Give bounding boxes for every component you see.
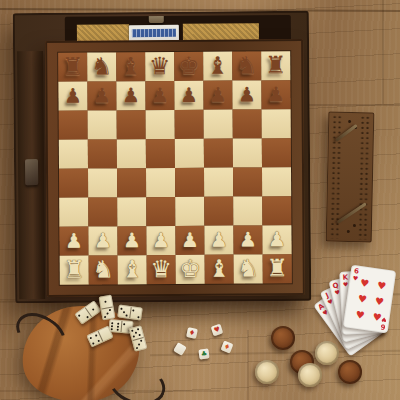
square-h4[interactable] <box>262 167 291 196</box>
chess-piece-black-rook[interactable]: ♜ <box>62 53 84 82</box>
chess-piece-black-pawn[interactable]: ♟ <box>93 81 111 110</box>
square-h3[interactable] <box>262 196 291 225</box>
domino-pip <box>95 334 98 337</box>
square-h2[interactable]: ♟ <box>262 225 291 254</box>
domino-pip <box>111 325 113 327</box>
square-a6[interactable] <box>59 111 88 140</box>
domino-pip <box>97 340 100 343</box>
square-e3[interactable] <box>175 197 204 226</box>
domino-pip <box>140 340 142 342</box>
square-a4[interactable] <box>59 169 88 198</box>
domino-pip <box>138 334 140 336</box>
chess-piece-black-knight[interactable]: ♞ <box>91 52 113 81</box>
deck-label-band <box>132 29 176 37</box>
domino-divider <box>121 321 123 332</box>
square-e8[interactable]: ♚ <box>174 52 203 81</box>
square-e7[interactable]: ♟ <box>174 81 203 110</box>
playing-card-6-hearts[interactable]: 6♥♥♥♥♥♥♥6♥ <box>343 265 396 334</box>
domino-pip <box>78 314 81 317</box>
square-c2[interactable]: ♟ <box>117 226 146 255</box>
square-f1[interactable]: ♝ <box>205 255 234 284</box>
square-f7[interactable]: ♟ <box>203 81 232 110</box>
cribbage-center-hole <box>353 224 356 227</box>
playing-cards-fan: A♥J♥Q♥K♥6♥♥♥♥♥♥♥6♥ <box>287 251 400 358</box>
domino-pip <box>138 343 140 345</box>
heart-pip: ♥ <box>360 278 370 289</box>
domino-pip <box>106 312 108 314</box>
heart-pip: ♥ <box>357 294 367 305</box>
square-b4[interactable] <box>88 168 117 197</box>
square-a5[interactable] <box>59 140 88 169</box>
chess-piece-white-rook[interactable]: ♜ <box>63 256 85 285</box>
square-h1[interactable]: ♜ <box>263 254 292 283</box>
square-d5[interactable] <box>146 139 175 168</box>
square-b3[interactable] <box>88 197 117 226</box>
domino-pip <box>117 326 119 328</box>
square-b8[interactable]: ♞ <box>87 52 116 81</box>
square-f6[interactable] <box>204 110 233 139</box>
square-d3[interactable] <box>146 197 175 226</box>
chess-piece-black-king[interactable]: ♚ <box>178 52 200 81</box>
chess-piece-white-pawn[interactable]: ♟ <box>239 225 257 254</box>
domino-pip <box>111 322 113 324</box>
card-corner-index: 6♥ <box>380 316 387 330</box>
square-b7[interactable]: ♟ <box>87 81 116 110</box>
domino-pip <box>89 337 92 340</box>
domino-pip <box>132 309 134 311</box>
chess-piece-white-bishop[interactable]: ♝ <box>121 255 143 284</box>
plank-joint <box>382 0 384 104</box>
square-f8[interactable]: ♝ <box>203 52 232 81</box>
square-e1[interactable]: ♚ <box>176 255 205 284</box>
chess-piece-white-bishop[interactable]: ♝ <box>208 255 230 284</box>
domino-pip <box>131 329 133 331</box>
square-g1[interactable]: ♞ <box>234 254 263 283</box>
chess-piece-black-pawn[interactable]: ♟ <box>64 82 82 111</box>
square-f5[interactable] <box>204 139 233 168</box>
chess-piece-black-knight[interactable]: ♞ <box>236 51 258 80</box>
chess-piece-black-queen[interactable]: ♛ <box>149 52 171 81</box>
chess-piece-white-pawn[interactable]: ♟ <box>181 226 199 255</box>
square-f2[interactable]: ♟ <box>204 226 233 255</box>
card-corner-index: 6♥ <box>352 268 359 282</box>
chess-piece-black-pawn[interactable]: ♟ <box>151 81 169 110</box>
square-g3[interactable] <box>233 196 262 225</box>
chess-piece-white-pawn[interactable]: ♟ <box>123 226 141 255</box>
domino-pip <box>117 323 119 325</box>
square-h6[interactable] <box>262 109 291 138</box>
square-d8[interactable]: ♛ <box>145 52 174 81</box>
square-g2[interactable]: ♟ <box>233 225 262 254</box>
domino-pip <box>104 316 106 318</box>
chess-piece-white-pawn[interactable]: ♟ <box>94 226 112 255</box>
square-g4[interactable] <box>233 167 262 196</box>
chess-piece-black-bishop[interactable]: ♝ <box>207 52 229 81</box>
square-d4[interactable] <box>146 168 175 197</box>
chess-piece-white-queen[interactable]: ♛ <box>150 255 172 284</box>
domino-pip <box>117 329 119 331</box>
domino-pip <box>136 347 138 349</box>
chess-piece-black-rook[interactable]: ♜ <box>265 51 287 80</box>
chess-piece-black-pawn[interactable]: ♟ <box>180 81 198 110</box>
square-f3[interactable] <box>204 197 233 226</box>
wood-floor: ♜♞♝♛♚♝♞♜♟♟♟♟♟♟♟♟♟♟♟♟♟♟♟♟♜♞♝♛♚♝♞♜ ♦♥♣♦ A♥… <box>0 0 400 400</box>
chess-piece-black-pawn[interactable]: ♟ <box>122 81 140 110</box>
square-g8[interactable]: ♞ <box>232 51 261 80</box>
chess-piece-black-pawn[interactable]: ♟ <box>267 80 285 109</box>
square-h7[interactable]: ♟ <box>261 80 290 109</box>
square-a7[interactable]: ♟ <box>58 82 87 111</box>
chess-board-grid: ♜♞♝♛♚♝♞♜♟♟♟♟♟♟♟♟♟♟♟♟♟♟♟♟♜♞♝♛♚♝♞♜ <box>58 51 292 285</box>
heart-pip: ♥ <box>376 280 386 291</box>
square-d2[interactable]: ♟ <box>146 226 175 255</box>
chess-piece-white-pawn[interactable]: ♟ <box>210 226 228 255</box>
domino-pip <box>123 323 125 325</box>
square-d7[interactable]: ♟ <box>145 81 174 110</box>
square-f4[interactable] <box>204 168 233 197</box>
domino-pip <box>92 342 95 345</box>
domino-pip <box>92 308 95 311</box>
domino-pip <box>86 316 89 319</box>
domino-pip <box>104 301 106 303</box>
square-c6[interactable] <box>117 110 146 139</box>
hinge-icon <box>25 159 38 185</box>
plank-seam <box>308 104 400 106</box>
square-b6[interactable] <box>88 110 117 139</box>
chess-piece-white-pawn[interactable]: ♟ <box>65 227 83 256</box>
domino-pip <box>111 328 113 330</box>
square-a2[interactable]: ♟ <box>59 227 88 256</box>
domino-pip <box>135 332 137 334</box>
box-latch[interactable] <box>149 15 164 23</box>
square-e6[interactable] <box>175 110 204 139</box>
square-b5[interactable] <box>88 139 117 168</box>
poker-die[interactable]: ♦ <box>186 327 198 339</box>
square-h8[interactable]: ♜ <box>261 51 290 80</box>
square-c8[interactable]: ♝ <box>116 52 145 81</box>
square-b1[interactable]: ♞ <box>89 255 118 284</box>
square-c7[interactable]: ♟ <box>116 81 145 110</box>
poker-die[interactable]: ♣ <box>198 348 209 359</box>
chess-board: ♜♞♝♛♚♝♞♜♟♟♟♟♟♟♟♟♟♟♟♟♟♟♟♟♜♞♝♛♚♝♞♜ <box>45 39 305 297</box>
chess-piece-white-king[interactable]: ♚ <box>179 255 201 284</box>
square-c4[interactable] <box>117 168 146 197</box>
checker-piece-brown[interactable] <box>338 360 362 384</box>
square-h5[interactable] <box>262 138 291 167</box>
chess-piece-white-rook[interactable]: ♜ <box>266 254 288 283</box>
square-d1[interactable]: ♛ <box>147 255 176 284</box>
chess-piece-white-knight[interactable]: ♞ <box>237 254 259 283</box>
domino-pip <box>137 316 139 318</box>
square-a3[interactable] <box>59 198 88 227</box>
square-g6[interactable] <box>233 109 262 138</box>
square-e2[interactable]: ♟ <box>175 226 204 255</box>
chess-piece-white-pawn[interactable]: ♟ <box>268 225 286 254</box>
domino-divider <box>129 307 132 318</box>
square-b2[interactable]: ♟ <box>88 226 117 255</box>
cribbage-center-hole <box>347 230 350 233</box>
chess-piece-white-knight[interactable]: ♞ <box>92 255 114 284</box>
square-c1[interactable]: ♝ <box>118 255 147 284</box>
chess-piece-black-pawn[interactable]: ♟ <box>209 81 227 110</box>
chess-piece-black-bishop[interactable]: ♝ <box>120 52 142 81</box>
heart-pip: ♥ <box>355 310 365 321</box>
domino-pip <box>137 328 139 330</box>
poker-die[interactable]: ♦ <box>220 340 233 353</box>
chess-piece-black-pawn[interactable]: ♟ <box>238 80 256 109</box>
chess-piece-white-pawn[interactable]: ♟ <box>152 226 170 255</box>
square-e5[interactable] <box>175 139 204 168</box>
domino-pip <box>123 311 125 313</box>
domino-pip <box>125 314 127 316</box>
domino-pip <box>109 309 111 311</box>
domino-pip <box>133 335 135 337</box>
heart-pip: ♥ <box>374 296 384 307</box>
poker-die[interactable]: ♥ <box>211 324 224 337</box>
square-c5[interactable] <box>117 139 146 168</box>
box-side-panel <box>17 51 45 299</box>
square-a8[interactable]: ♜ <box>58 53 87 82</box>
checker-piece-cream[interactable] <box>255 360 279 384</box>
square-e4[interactable] <box>175 168 204 197</box>
cribbage-peg-strip-right <box>357 115 372 239</box>
square-c3[interactable] <box>117 197 146 226</box>
square-g5[interactable] <box>233 138 262 167</box>
cribbage-board[interactable] <box>326 112 375 243</box>
square-g7[interactable]: ♟ <box>232 80 261 109</box>
cribbage-center-hole <box>348 120 351 123</box>
plank-joint <box>247 330 249 400</box>
checker-piece-cream[interactable] <box>298 363 322 387</box>
square-d6[interactable] <box>146 110 175 139</box>
square-a1[interactable]: ♜ <box>60 256 89 285</box>
domino-pip <box>120 308 122 310</box>
